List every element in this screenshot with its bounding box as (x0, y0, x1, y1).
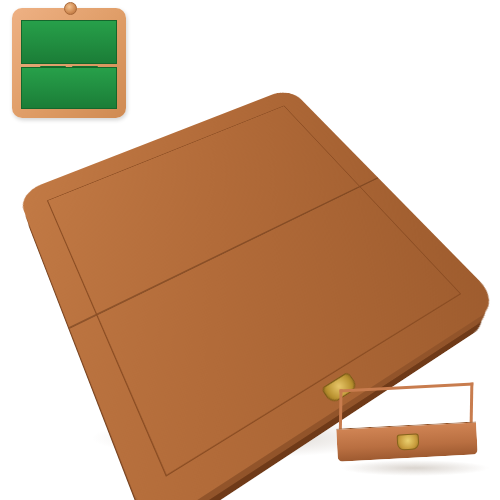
closedbox-brass-clasp (397, 433, 420, 450)
closed-box-shadow (340, 460, 490, 476)
openbox-white-tray (21, 20, 117, 64)
closedbox-front-face (336, 421, 478, 461)
openbox-black-tray (21, 67, 117, 109)
open-chess-box-inset (12, 8, 126, 118)
hanging-knob (64, 2, 77, 15)
closed-chess-box-inset (334, 382, 480, 463)
